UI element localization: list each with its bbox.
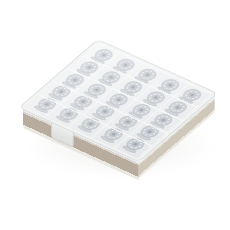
product-photo [0, 0, 230, 230]
